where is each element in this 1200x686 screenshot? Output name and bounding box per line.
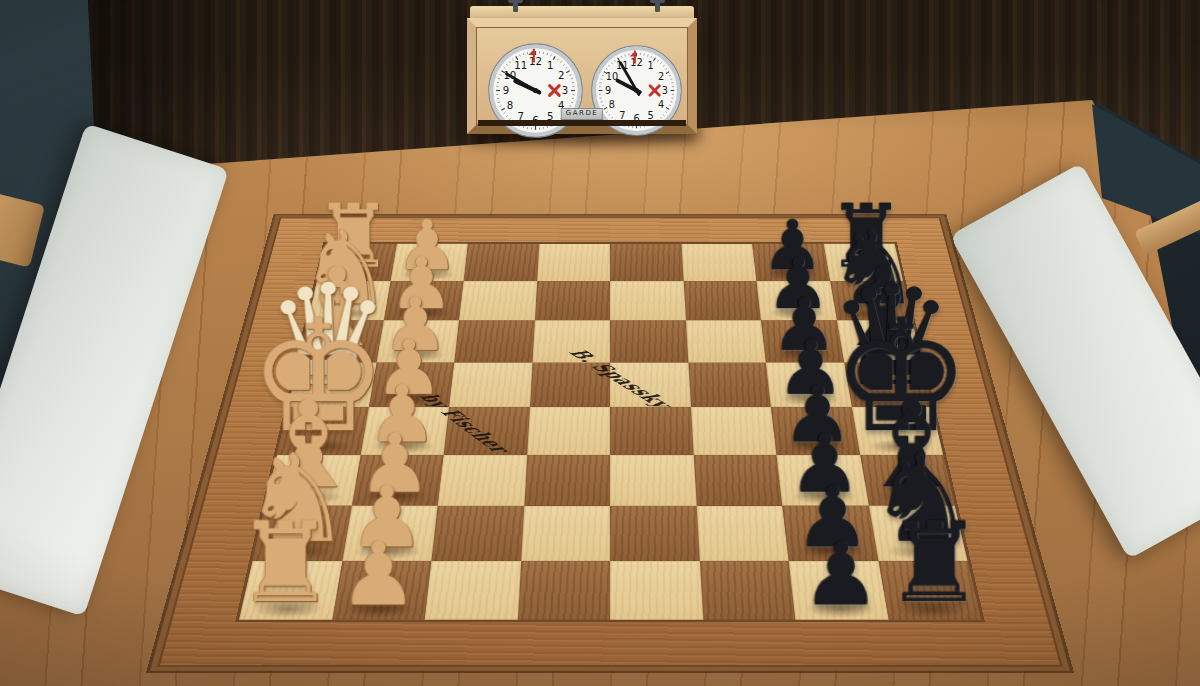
square-a5[interactable] xyxy=(610,244,683,281)
clock-winder-key-right[interactable] xyxy=(655,0,660,12)
clock-base-groove xyxy=(478,120,686,126)
square-b6[interactable] xyxy=(683,281,761,320)
svg-text:5: 5 xyxy=(648,110,654,121)
clock-winder-key-left[interactable] xyxy=(513,0,518,12)
svg-text:12: 12 xyxy=(529,56,542,67)
square-e6[interactable] xyxy=(691,407,777,455)
svg-text:9: 9 xyxy=(503,85,509,96)
square-b5[interactable] xyxy=(610,281,686,320)
square-b3[interactable] xyxy=(459,281,537,320)
clock-body: 123456789101112 123456789101112 GARDE xyxy=(467,18,697,134)
square-h3[interactable] xyxy=(425,561,521,620)
piece-white-rook[interactable]: ♜ xyxy=(236,508,335,618)
square-d4[interactable] xyxy=(530,362,611,407)
square-g4[interactable] xyxy=(521,506,610,561)
svg-text:7: 7 xyxy=(619,110,625,121)
scene: ♜♟♟♜♞♟♟♞♝♟♟♝♛♟♟♛♚♟♟♚♝♟♟♝♞♟♟♞♜♟♟♜Bobby Fi… xyxy=(0,0,1200,686)
svg-text:11: 11 xyxy=(514,60,527,71)
square-f5[interactable] xyxy=(610,455,696,506)
square-d6[interactable] xyxy=(688,362,771,407)
square-g5[interactable] xyxy=(610,506,699,561)
square-h2[interactable]: ♟ xyxy=(332,561,432,620)
square-b4[interactable] xyxy=(534,281,610,320)
board-inlay-frame: ♜♟♟♜♞♟♟♞♝♟♟♝♛♟♟♛♚♟♟♚♝♟♟♝♞♟♟♞♜♟♟♜Bobby Fi… xyxy=(157,218,1063,667)
svg-text:4: 4 xyxy=(658,99,664,110)
clock-brand-plate: GARDE xyxy=(561,108,603,120)
square-a3[interactable] xyxy=(463,244,538,281)
square-e4[interactable] xyxy=(527,407,610,455)
square-h4[interactable] xyxy=(517,561,610,620)
square-h1[interactable]: ♜ xyxy=(239,561,342,620)
square-g6[interactable] xyxy=(696,506,788,561)
square-h7[interactable]: ♟ xyxy=(789,561,889,620)
svg-text:1: 1 xyxy=(547,60,553,71)
svg-text:9: 9 xyxy=(605,85,611,96)
square-f4[interactable] xyxy=(524,455,610,506)
square-a6[interactable] xyxy=(681,244,756,281)
square-c3[interactable] xyxy=(454,320,534,362)
svg-text:3: 3 xyxy=(562,85,568,96)
square-c4[interactable] xyxy=(532,320,610,362)
svg-text:12: 12 xyxy=(630,57,642,68)
svg-text:1: 1 xyxy=(648,60,654,71)
square-c5[interactable] xyxy=(610,320,688,362)
square-f6[interactable] xyxy=(693,455,782,506)
square-f3[interactable] xyxy=(438,455,527,506)
svg-text:8: 8 xyxy=(609,99,615,110)
piece-black-pawn[interactable]: ♟ xyxy=(802,531,880,618)
square-g3[interactable] xyxy=(431,506,523,561)
svg-text:3: 3 xyxy=(662,85,668,96)
svg-text:2: 2 xyxy=(558,70,564,81)
square-h5[interactable] xyxy=(610,561,703,620)
piece-white-pawn[interactable]: ♟ xyxy=(339,531,417,618)
square-c6[interactable] xyxy=(686,320,766,362)
chess-clock: 123456789101112 123456789101112 GARDE xyxy=(467,6,697,134)
piece-black-rook[interactable]: ♜ xyxy=(885,508,984,618)
square-a4[interactable] xyxy=(537,244,610,281)
square-h6[interactable] xyxy=(699,561,795,620)
svg-text:2: 2 xyxy=(658,71,664,82)
chess-board-surface: ♜♟♟♜♞♟♟♞♝♟♟♝♛♟♟♛♚♟♟♚♝♟♟♝♞♟♟♞♜♟♟♜Bobby Fi… xyxy=(235,242,985,622)
square-d3[interactable] xyxy=(449,362,532,407)
square-e5[interactable] xyxy=(610,407,693,455)
svg-text:8: 8 xyxy=(507,100,513,111)
square-h8[interactable]: ♜ xyxy=(878,561,981,620)
